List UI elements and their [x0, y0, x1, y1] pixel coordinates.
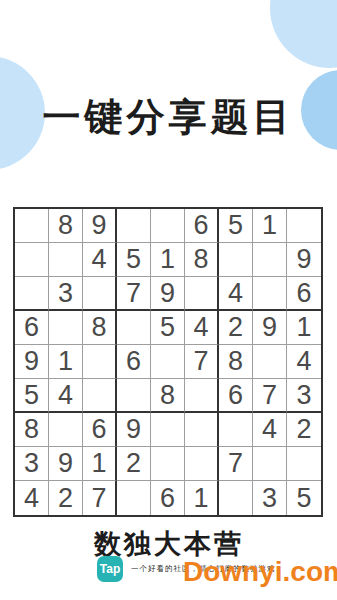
- sudoku-cell-r8c8[interactable]: [253, 447, 287, 481]
- sudoku-cell-r4c1[interactable]: 6: [15, 311, 49, 345]
- sudoku-cell-r7c2[interactable]: [49, 413, 83, 447]
- sudoku-cell-r1c4[interactable]: [117, 209, 151, 243]
- sudoku-cell-r2c1[interactable]: [15, 243, 49, 277]
- sudoku-cell-r5c5[interactable]: [151, 345, 185, 379]
- sudoku-cell-r5c2[interactable]: 1: [49, 345, 83, 379]
- page-title: 一键分享题目: [0, 92, 337, 143]
- sudoku-cell-r6c5[interactable]: 8: [151, 379, 185, 413]
- sudoku-cell-r8c3[interactable]: 1: [83, 447, 117, 481]
- sudoku-board: 8965145189379466854291916784548673869423…: [13, 207, 323, 517]
- sudoku-cell-r9c2[interactable]: 2: [49, 481, 83, 515]
- sudoku-cell-r8c5[interactable]: [151, 447, 185, 481]
- sudoku-cell-r8c7[interactable]: 7: [219, 447, 253, 481]
- sudoku-cell-r8c2[interactable]: 9: [49, 447, 83, 481]
- sudoku-cell-r9c9[interactable]: 5: [287, 481, 321, 515]
- sudoku-cell-r5c7[interactable]: 8: [219, 345, 253, 379]
- sudoku-cell-r3c2[interactable]: 3: [49, 277, 83, 311]
- sudoku-cell-r9c3[interactable]: 7: [83, 481, 117, 515]
- sudoku-cell-r4c5[interactable]: 5: [151, 311, 185, 345]
- sudoku-cell-r4c9[interactable]: 1: [287, 311, 321, 345]
- sudoku-cell-r6c6[interactable]: [185, 379, 219, 413]
- sudoku-cell-r2c8[interactable]: [253, 243, 287, 277]
- sudoku-cell-r7c7[interactable]: [219, 413, 253, 447]
- taptap-logo-text: Tap: [100, 562, 120, 576]
- sudoku-cell-r9c6[interactable]: 1: [185, 481, 219, 515]
- taptap-logo-icon: Tap: [97, 556, 123, 582]
- sudoku-cell-r4c3[interactable]: 8: [83, 311, 117, 345]
- sudoku-cell-r6c9[interactable]: 3: [287, 379, 321, 413]
- decor-circle-top-right: [270, 0, 337, 68]
- sudoku-cell-r2c9[interactable]: 9: [287, 243, 321, 277]
- sudoku-cell-r1c3[interactable]: 9: [83, 209, 117, 243]
- sudoku-cell-r5c8[interactable]: [253, 345, 287, 379]
- sudoku-cell-r9c4[interactable]: [117, 481, 151, 515]
- sudoku-cell-r7c6[interactable]: [185, 413, 219, 447]
- sudoku-cell-r5c1[interactable]: 9: [15, 345, 49, 379]
- sudoku-cell-r4c8[interactable]: 9: [253, 311, 287, 345]
- sudoku-cell-r6c1[interactable]: 5: [15, 379, 49, 413]
- sudoku-cell-r3c7[interactable]: 4: [219, 277, 253, 311]
- sudoku-cell-r4c7[interactable]: 2: [219, 311, 253, 345]
- sudoku-cell-r5c3[interactable]: [83, 345, 117, 379]
- sudoku-cell-r6c8[interactable]: 7: [253, 379, 287, 413]
- sudoku-cell-r6c4[interactable]: [117, 379, 151, 413]
- sudoku-cell-r8c6[interactable]: [185, 447, 219, 481]
- sudoku-cell-r8c4[interactable]: 2: [117, 447, 151, 481]
- sudoku-cell-r9c8[interactable]: 3: [253, 481, 287, 515]
- sudoku-cell-r3c5[interactable]: 9: [151, 277, 185, 311]
- sudoku-cell-r6c3[interactable]: [83, 379, 117, 413]
- sudoku-cell-r4c2[interactable]: [49, 311, 83, 345]
- sudoku-cell-r7c1[interactable]: 8: [15, 413, 49, 447]
- sudoku-cell-r6c7[interactable]: 6: [219, 379, 253, 413]
- sudoku-cell-r1c5[interactable]: [151, 209, 185, 243]
- sudoku-cell-r7c9[interactable]: 2: [287, 413, 321, 447]
- sudoku-cell-r2c4[interactable]: 5: [117, 243, 151, 277]
- sudoku-cell-r1c7[interactable]: 5: [219, 209, 253, 243]
- sudoku-cell-r7c8[interactable]: 4: [253, 413, 287, 447]
- sudoku-cell-r2c5[interactable]: 1: [151, 243, 185, 277]
- sudoku-cell-r2c2[interactable]: [49, 243, 83, 277]
- sudoku-cell-r4c6[interactable]: 4: [185, 311, 219, 345]
- downyi-watermark: Downyi.com: [183, 556, 337, 588]
- sudoku-cell-r3c8[interactable]: [253, 277, 287, 311]
- sudoku-cell-r5c6[interactable]: 7: [185, 345, 219, 379]
- sudoku-cell-r3c3[interactable]: [83, 277, 117, 311]
- sudoku-cell-r5c4[interactable]: 6: [117, 345, 151, 379]
- sudoku-cell-r1c6[interactable]: 6: [185, 209, 219, 243]
- sudoku-cell-r2c6[interactable]: 8: [185, 243, 219, 277]
- sudoku-cell-r3c1[interactable]: [15, 277, 49, 311]
- sudoku-cell-r1c9[interactable]: [287, 209, 321, 243]
- sudoku-cell-r1c1[interactable]: [15, 209, 49, 243]
- sudoku-cell-r1c2[interactable]: 8: [49, 209, 83, 243]
- sudoku-cell-r2c3[interactable]: 4: [83, 243, 117, 277]
- sudoku-cell-r2c7[interactable]: [219, 243, 253, 277]
- sudoku-cell-r9c1[interactable]: 4: [15, 481, 49, 515]
- sudoku-cell-r9c7[interactable]: [219, 481, 253, 515]
- share-card: 一键分享题目 896514518937946685429191678454867…: [0, 0, 337, 600]
- sudoku-cell-r5c9[interactable]: 4: [287, 345, 321, 379]
- sudoku-cell-r3c6[interactable]: [185, 277, 219, 311]
- sudoku-cell-r7c5[interactable]: [151, 413, 185, 447]
- sudoku-cell-r3c4[interactable]: 7: [117, 277, 151, 311]
- sudoku-cell-r1c8[interactable]: 1: [253, 209, 287, 243]
- sudoku-cell-r6c2[interactable]: 4: [49, 379, 83, 413]
- sudoku-cell-r9c5[interactable]: 6: [151, 481, 185, 515]
- sudoku-cell-r4c4[interactable]: [117, 311, 151, 345]
- sudoku-cell-r8c9[interactable]: [287, 447, 321, 481]
- sudoku-cell-r3c9[interactable]: 6: [287, 277, 321, 311]
- sudoku-cell-r8c1[interactable]: 3: [15, 447, 49, 481]
- sudoku-cell-r7c3[interactable]: 6: [83, 413, 117, 447]
- sudoku-cell-r7c4[interactable]: 9: [117, 413, 151, 447]
